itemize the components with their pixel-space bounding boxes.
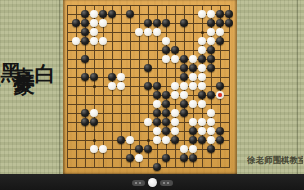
stone-white (198, 127, 207, 136)
stone-white (198, 73, 207, 82)
stone-black (216, 10, 225, 19)
stone-white (207, 28, 216, 37)
stone-white (207, 118, 216, 127)
stone-white (90, 145, 99, 154)
stone-white (216, 28, 225, 37)
stone-white (198, 82, 207, 91)
stone-black (108, 10, 117, 19)
panel-seam (59, 0, 60, 175)
stone-black (216, 136, 225, 145)
stone-black (171, 46, 180, 55)
stone-white (99, 145, 108, 154)
stone-white (117, 73, 126, 82)
stone-black (81, 73, 90, 82)
stone-white (180, 145, 189, 154)
stone-white (207, 109, 216, 118)
stone-black (162, 127, 171, 136)
stone-white (99, 19, 108, 28)
stone-white (189, 82, 198, 91)
stone-black (153, 118, 162, 127)
white-label: 白 (35, 46, 56, 50)
star-point (147, 139, 150, 142)
stone-white (198, 118, 207, 127)
stone-black (153, 91, 162, 100)
video-frame[interactable]: 黑 杨鼎新 白 辜梓豪 徐老师围棋教室 (0, 0, 304, 190)
stone-white (162, 136, 171, 145)
player-info-panel: 黑 杨鼎新 白 辜梓豪 (0, 0, 63, 175)
stone-black (153, 82, 162, 91)
stone-black (198, 91, 207, 100)
stone-black (162, 154, 171, 163)
stone-black (144, 82, 153, 91)
stone-black (207, 55, 216, 64)
stone-black (99, 10, 108, 19)
stone-black (162, 100, 171, 109)
stone-white (171, 109, 180, 118)
black-label: 黑 (1, 46, 22, 50)
stone-black (90, 73, 99, 82)
stone-black (81, 55, 90, 64)
stone-white (198, 64, 207, 73)
pill-dot (163, 182, 165, 184)
stone-black (90, 118, 99, 127)
stone-white (207, 10, 216, 19)
stone-black (81, 109, 90, 118)
stone-white (153, 127, 162, 136)
stone-black (198, 55, 207, 64)
stone-black (144, 64, 153, 73)
white-player-column: 白 辜梓豪 (32, 33, 56, 62)
stone-black (207, 64, 216, 73)
stone-white (198, 100, 207, 109)
pill-dot (139, 182, 141, 184)
stone-black (180, 100, 189, 109)
stone-white (72, 37, 81, 46)
star-point (201, 31, 204, 34)
stone-black (117, 136, 126, 145)
stone-black (153, 109, 162, 118)
stone-black (189, 154, 198, 163)
stone-black (81, 37, 90, 46)
panel-seam (297, 0, 298, 175)
stone-black (198, 136, 207, 145)
stone-black (207, 46, 216, 55)
stone-white (135, 154, 144, 163)
stone-black (207, 145, 216, 154)
pill-dot (135, 182, 137, 184)
stone-black (171, 136, 180, 145)
playback-pill-left[interactable] (132, 180, 145, 186)
stone-black (180, 154, 189, 163)
stone-white (171, 127, 180, 136)
stone-black (189, 64, 198, 73)
stone-black (162, 109, 171, 118)
stone-black (135, 145, 144, 154)
stone-white (99, 37, 108, 46)
stone-white (198, 37, 207, 46)
star-point (93, 139, 96, 142)
stone-black (126, 154, 135, 163)
last-move-marker (218, 93, 222, 97)
stone-black (108, 73, 117, 82)
stone-black (126, 10, 135, 19)
stone-black (144, 145, 153, 154)
stone-black (216, 127, 225, 136)
video-control-bar[interactable] (0, 174, 304, 190)
grid-line-vertical (229, 5, 230, 168)
stone-black (189, 127, 198, 136)
channel-watermark: 徐老师围棋教室 (247, 155, 303, 167)
stone-white (144, 118, 153, 127)
stone-white (90, 37, 99, 46)
stone-white (189, 100, 198, 109)
stone-white (171, 118, 180, 127)
stone-white (171, 91, 180, 100)
stone-black (216, 19, 225, 28)
stone-black (81, 28, 90, 37)
stone-black (162, 91, 171, 100)
stone-white (180, 91, 189, 100)
stone-white (117, 82, 126, 91)
stone-white (162, 37, 171, 46)
pill-dot (167, 182, 169, 184)
stone-black (207, 91, 216, 100)
stone-white (135, 28, 144, 37)
grid-line-horizontal (67, 158, 230, 159)
stone-black (162, 46, 171, 55)
stone-white (171, 55, 180, 64)
stone-white (162, 55, 171, 64)
stone-white (126, 136, 135, 145)
black-player-name: 杨鼎新 (0, 50, 1, 62)
stone-black (153, 19, 162, 28)
stone-black (225, 19, 234, 28)
right-panel: 徐老师围棋教室 (237, 0, 304, 175)
stone-white (90, 28, 99, 37)
stone-white (189, 73, 198, 82)
stone-black (180, 73, 189, 82)
stone-black (180, 19, 189, 28)
stone-white (90, 10, 99, 19)
stone-black (81, 10, 90, 19)
stone-white (153, 136, 162, 145)
stone-white (90, 19, 99, 28)
scrubber-knob[interactable] (148, 178, 157, 187)
stone-white (198, 46, 207, 55)
stone-white (189, 145, 198, 154)
stone-black (216, 37, 225, 46)
white-player-name: 辜梓豪 (14, 50, 35, 62)
stone-white (198, 10, 207, 19)
stone-black (144, 19, 153, 28)
stone-black (189, 136, 198, 145)
stone-white (207, 37, 216, 46)
stone-black (72, 19, 81, 28)
go-board (63, 0, 237, 175)
stone-black (162, 19, 171, 28)
stone-white (207, 136, 216, 145)
stone-black (225, 10, 234, 19)
stone-white (189, 55, 198, 64)
stone-white (189, 118, 198, 127)
playback-pill-right[interactable] (160, 180, 173, 186)
stone-black (162, 118, 171, 127)
stone-black (207, 19, 216, 28)
stone-black (180, 55, 189, 64)
stone-white (207, 127, 216, 136)
stone-black (180, 64, 189, 73)
stone-white (90, 109, 99, 118)
grid-line-horizontal (67, 167, 230, 168)
stone-white (108, 82, 117, 91)
star-point (93, 85, 96, 88)
stone-white (153, 28, 162, 37)
stone-white (144, 28, 153, 37)
stone-black (180, 109, 189, 118)
stone-white (153, 100, 162, 109)
stone-black (81, 19, 90, 28)
stone-black (216, 82, 225, 91)
stone-white (171, 82, 180, 91)
stone-white (180, 82, 189, 91)
stone-black (81, 118, 90, 127)
stone-black (153, 163, 162, 172)
